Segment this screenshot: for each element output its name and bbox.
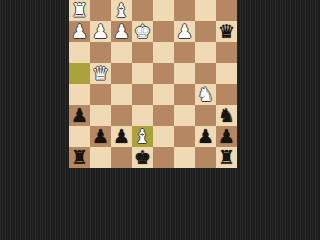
piece-white-bishop[interactable]: ♝ bbox=[132, 126, 153, 147]
square-h2[interactable]: ♟ bbox=[69, 21, 90, 42]
piece-black-pawn[interactable]: ♟ bbox=[69, 105, 90, 126]
square-e5[interactable] bbox=[132, 84, 153, 105]
square-b1[interactable] bbox=[195, 0, 216, 21]
square-g4[interactable]: ♛ bbox=[90, 63, 111, 84]
square-a8[interactable]: ♜ bbox=[216, 147, 237, 168]
square-f7[interactable]: ♟ bbox=[111, 126, 132, 147]
square-a2[interactable]: ♛ bbox=[216, 21, 237, 42]
square-d7[interactable] bbox=[153, 126, 174, 147]
square-f6[interactable] bbox=[111, 105, 132, 126]
piece-black-pawn[interactable]: ♟ bbox=[111, 126, 132, 147]
square-c2[interactable]: ♟ bbox=[174, 21, 195, 42]
square-e6[interactable] bbox=[132, 105, 153, 126]
square-g5[interactable] bbox=[90, 84, 111, 105]
square-c3[interactable] bbox=[174, 42, 195, 63]
square-g8[interactable] bbox=[90, 147, 111, 168]
square-d4[interactable] bbox=[153, 63, 174, 84]
square-f2[interactable]: ♟ bbox=[111, 21, 132, 42]
piece-white-pawn[interactable]: ♟ bbox=[174, 21, 195, 42]
square-a3[interactable] bbox=[216, 42, 237, 63]
square-h4[interactable] bbox=[69, 63, 90, 84]
square-h5[interactable] bbox=[69, 84, 90, 105]
square-d8[interactable] bbox=[153, 147, 174, 168]
square-b2[interactable] bbox=[195, 21, 216, 42]
square-c1[interactable] bbox=[174, 0, 195, 21]
square-c6[interactable] bbox=[174, 105, 195, 126]
square-c5[interactable] bbox=[174, 84, 195, 105]
square-b7[interactable]: ♟ bbox=[195, 126, 216, 147]
piece-white-pawn[interactable]: ♟ bbox=[111, 21, 132, 42]
square-c7[interactable] bbox=[174, 126, 195, 147]
square-f4[interactable] bbox=[111, 63, 132, 84]
square-a5[interactable] bbox=[216, 84, 237, 105]
square-h7[interactable] bbox=[69, 126, 90, 147]
piece-white-king[interactable]: ♚ bbox=[132, 21, 153, 42]
square-g6[interactable] bbox=[90, 105, 111, 126]
square-f1[interactable]: ♝ bbox=[111, 0, 132, 21]
piece-white-knight[interactable]: ♞ bbox=[195, 84, 216, 105]
piece-black-pawn[interactable]: ♟ bbox=[216, 126, 237, 147]
square-a6[interactable]: ♞ bbox=[216, 105, 237, 126]
square-h3[interactable] bbox=[69, 42, 90, 63]
square-h1[interactable]: ♜ bbox=[69, 0, 90, 21]
square-e2[interactable]: ♚ bbox=[132, 21, 153, 42]
square-h8[interactable]: ♜ bbox=[69, 147, 90, 168]
square-g2[interactable]: ♟ bbox=[90, 21, 111, 42]
square-b6[interactable] bbox=[195, 105, 216, 126]
square-d1[interactable] bbox=[153, 0, 174, 21]
chess-board: ♜♝♟♟♟♚♟♛♛♞♟♞♟♟♝♟♟♜♚♜ bbox=[69, 0, 237, 168]
square-d3[interactable] bbox=[153, 42, 174, 63]
square-e7[interactable]: ♝ bbox=[132, 126, 153, 147]
piece-black-rook[interactable]: ♜ bbox=[216, 147, 237, 168]
piece-white-rook[interactable]: ♜ bbox=[69, 0, 90, 21]
piece-white-pawn[interactable]: ♟ bbox=[69, 21, 90, 42]
square-a1[interactable] bbox=[216, 0, 237, 21]
square-e1[interactable] bbox=[132, 0, 153, 21]
piece-black-king[interactable]: ♚ bbox=[132, 147, 153, 168]
square-g3[interactable] bbox=[90, 42, 111, 63]
square-e8[interactable]: ♚ bbox=[132, 147, 153, 168]
square-e4[interactable] bbox=[132, 63, 153, 84]
square-h6[interactable]: ♟ bbox=[69, 105, 90, 126]
square-b3[interactable] bbox=[195, 42, 216, 63]
square-d6[interactable] bbox=[153, 105, 174, 126]
piece-black-queen[interactable]: ♛ bbox=[216, 21, 237, 42]
square-f8[interactable] bbox=[111, 147, 132, 168]
square-g7[interactable]: ♟ bbox=[90, 126, 111, 147]
square-c8[interactable] bbox=[174, 147, 195, 168]
piece-white-bishop[interactable]: ♝ bbox=[111, 0, 132, 21]
piece-black-rook[interactable]: ♜ bbox=[69, 147, 90, 168]
square-e3[interactable] bbox=[132, 42, 153, 63]
square-c4[interactable] bbox=[174, 63, 195, 84]
app-background: { "game": "chess", "position": { "fen": … bbox=[0, 0, 300, 168]
piece-black-pawn[interactable]: ♟ bbox=[195, 126, 216, 147]
square-f3[interactable] bbox=[111, 42, 132, 63]
square-b4[interactable] bbox=[195, 63, 216, 84]
piece-white-queen[interactable]: ♛ bbox=[90, 63, 111, 84]
piece-black-knight[interactable]: ♞ bbox=[216, 105, 237, 126]
piece-white-pawn[interactable]: ♟ bbox=[90, 21, 111, 42]
square-d5[interactable] bbox=[153, 84, 174, 105]
square-a7[interactable]: ♟ bbox=[216, 126, 237, 147]
piece-black-pawn[interactable]: ♟ bbox=[90, 126, 111, 147]
square-b8[interactable] bbox=[195, 147, 216, 168]
square-a4[interactable] bbox=[216, 63, 237, 84]
square-f5[interactable] bbox=[111, 84, 132, 105]
square-b5[interactable]: ♞ bbox=[195, 84, 216, 105]
square-d2[interactable] bbox=[153, 21, 174, 42]
square-g1[interactable] bbox=[90, 0, 111, 21]
